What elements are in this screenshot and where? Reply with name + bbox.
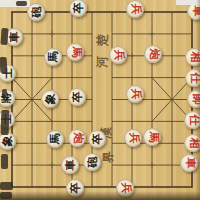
piece-character: 馬 bbox=[66, 47, 84, 58]
piece-red-pawn[interactable]: 兵 bbox=[126, 85, 144, 103]
piece-character: 兵 bbox=[109, 50, 127, 61]
piece-red-horse[interactable]: 馬 bbox=[143, 128, 161, 146]
piece-red-pawn[interactable]: 兵 bbox=[124, 129, 142, 147]
bottom-shadow bbox=[0, 191, 200, 200]
piece-character: 馬 bbox=[44, 52, 62, 63]
piece-character: 兵 bbox=[124, 133, 142, 144]
piece-character: 馬 bbox=[46, 134, 64, 145]
river-label-chu: 楚 bbox=[95, 33, 109, 47]
piece-black-pawn[interactable]: 卒 bbox=[88, 130, 106, 148]
piece-character: 象 bbox=[0, 136, 16, 147]
piece-black-elephant[interactable]: 象 bbox=[41, 90, 59, 108]
piece-character: 兵 bbox=[126, 89, 144, 100]
piece-character: 車 bbox=[61, 160, 79, 171]
piece-character: 馬 bbox=[143, 132, 161, 143]
piece-character: 象 bbox=[41, 94, 59, 105]
xiangqi-photo: 楚 河 漢 界 砲卒兵車車馬馬兵炮相士仕將象卒兵帥士仕象馬炮卒兵馬相車砲車卒兵 bbox=[0, 0, 200, 200]
piece-red-cannon[interactable]: 炮 bbox=[144, 45, 162, 63]
right-shade bbox=[196, 0, 200, 200]
river-label-jie: 界 bbox=[101, 150, 115, 164]
piece-black-horse[interactable]: 馬 bbox=[46, 130, 64, 148]
river-label-he: 河 bbox=[95, 55, 109, 69]
xiangqi-board bbox=[0, 0, 200, 200]
piece-character: 卒 bbox=[88, 134, 106, 145]
board-margin-marking bbox=[1, 110, 10, 135]
piece-red-pawn[interactable]: 兵 bbox=[126, 0, 144, 18]
piece-black-pawn[interactable]: 卒 bbox=[68, 88, 86, 106]
board-margin-stamp bbox=[0, 182, 13, 190]
board-margin-marking bbox=[1, 154, 8, 169]
piece-character: 卒 bbox=[69, 3, 87, 14]
board-margin-marking bbox=[0, 28, 8, 45]
piece-character: 炮 bbox=[144, 49, 162, 60]
piece-black-chariot[interactable]: 車 bbox=[61, 156, 79, 174]
piece-character: 卒 bbox=[68, 92, 86, 103]
piece-character: 砲 bbox=[83, 157, 101, 168]
piece-red-cannon[interactable]: 炮 bbox=[68, 129, 86, 147]
piece-black-cannon[interactable]: 砲 bbox=[83, 153, 101, 171]
piece-character: 炮 bbox=[68, 133, 86, 144]
piece-character: 兵 bbox=[126, 4, 144, 15]
piece-red-horse[interactable]: 馬 bbox=[66, 43, 84, 61]
board-margin-marking bbox=[2, 89, 7, 95]
edge-marking bbox=[16, 1, 27, 6]
piece-character: 砲 bbox=[27, 7, 45, 18]
piece-red-pawn[interactable]: 兵 bbox=[109, 46, 127, 64]
piece-black-horse[interactable]: 馬 bbox=[44, 48, 62, 66]
board-margin-marking bbox=[0, 57, 7, 73]
